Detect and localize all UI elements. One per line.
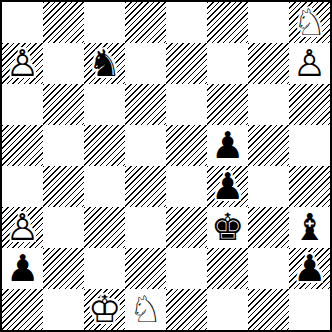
white-pawn-fill: ♟ (2, 43, 43, 84)
square-c2[interactable] (84, 248, 125, 289)
white-pawn: ♙ (289, 43, 330, 84)
square-b4[interactable] (43, 166, 84, 207)
square-f7[interactable] (207, 43, 248, 84)
square-e5[interactable] (166, 125, 207, 166)
white-pawn-fill: ♟ (289, 43, 330, 84)
square-g8[interactable] (248, 2, 289, 43)
square-h8[interactable]: ♞♘ (289, 2, 330, 43)
square-e2[interactable] (166, 248, 207, 289)
square-f4[interactable]: ♟♟ (207, 166, 248, 207)
square-b3[interactable] (43, 207, 84, 248)
square-d1[interactable]: ♞♘ (125, 289, 166, 330)
square-e4[interactable] (166, 166, 207, 207)
square-a2[interactable]: ♟♟ (2, 248, 43, 289)
chess-board: ♞♘♟♙♞♞♟♙♟♟♟♟♟♙♚♚♝♝♟♟♟♟♚♔♞♘ (0, 0, 332, 332)
square-f3[interactable]: ♚♚ (207, 207, 248, 248)
square-a3[interactable]: ♟♙ (2, 207, 43, 248)
square-f6[interactable] (207, 84, 248, 125)
square-h3[interactable]: ♝♝ (289, 207, 330, 248)
square-g2[interactable] (248, 248, 289, 289)
square-a4[interactable] (2, 166, 43, 207)
square-e7[interactable] (166, 43, 207, 84)
square-f1[interactable] (207, 289, 248, 330)
black-king-fill: ♚ (207, 207, 248, 248)
white-knight: ♘ (289, 2, 330, 43)
square-h2[interactable]: ♟♟ (289, 248, 330, 289)
black-pawn-fill: ♟ (207, 166, 248, 207)
black-pawn-fill: ♟ (2, 248, 43, 289)
square-h4[interactable] (289, 166, 330, 207)
square-c3[interactable] (84, 207, 125, 248)
square-b1[interactable] (43, 289, 84, 330)
square-g3[interactable] (248, 207, 289, 248)
black-pawn: ♟ (207, 125, 248, 166)
square-b6[interactable] (43, 84, 84, 125)
square-b8[interactable] (43, 2, 84, 43)
square-e6[interactable] (166, 84, 207, 125)
white-knight-fill: ♞ (125, 289, 166, 330)
square-h5[interactable] (289, 125, 330, 166)
square-c1[interactable]: ♚♔ (84, 289, 125, 330)
square-f5[interactable]: ♟♟ (207, 125, 248, 166)
square-b5[interactable] (43, 125, 84, 166)
black-pawn-fill: ♟ (289, 248, 330, 289)
square-d5[interactable] (125, 125, 166, 166)
white-pawn: ♙ (2, 43, 43, 84)
black-pawn: ♟ (2, 248, 43, 289)
white-king-fill: ♚ (84, 289, 125, 330)
square-h7[interactable]: ♟♙ (289, 43, 330, 84)
square-f2[interactable] (207, 248, 248, 289)
square-g4[interactable] (248, 166, 289, 207)
black-king: ♚ (207, 207, 248, 248)
square-a7[interactable]: ♟♙ (2, 43, 43, 84)
square-a5[interactable] (2, 125, 43, 166)
black-knight: ♞ (84, 43, 125, 84)
square-d4[interactable] (125, 166, 166, 207)
square-c7[interactable]: ♞♞ (84, 43, 125, 84)
square-h1[interactable] (289, 289, 330, 330)
white-knight-fill: ♞ (289, 2, 330, 43)
black-knight-fill: ♞ (84, 43, 125, 84)
square-g7[interactable] (248, 43, 289, 84)
square-e1[interactable] (166, 289, 207, 330)
black-pawn-fill: ♟ (207, 125, 248, 166)
square-e3[interactable] (166, 207, 207, 248)
black-pawn: ♟ (207, 166, 248, 207)
square-g6[interactable] (248, 84, 289, 125)
square-e8[interactable] (166, 2, 207, 43)
square-c8[interactable] (84, 2, 125, 43)
square-a8[interactable] (2, 2, 43, 43)
white-king: ♔ (84, 289, 125, 330)
black-pawn: ♟ (289, 248, 330, 289)
square-d6[interactable] (125, 84, 166, 125)
white-knight: ♘ (125, 289, 166, 330)
black-bishop-fill: ♝ (289, 207, 330, 248)
square-a6[interactable] (2, 84, 43, 125)
square-c4[interactable] (84, 166, 125, 207)
square-d7[interactable] (125, 43, 166, 84)
square-g5[interactable] (248, 125, 289, 166)
square-h6[interactable] (289, 84, 330, 125)
square-b7[interactable] (43, 43, 84, 84)
black-bishop: ♝ (289, 207, 330, 248)
white-pawn: ♙ (2, 207, 43, 248)
square-a1[interactable] (2, 289, 43, 330)
square-c5[interactable] (84, 125, 125, 166)
square-g1[interactable] (248, 289, 289, 330)
square-b2[interactable] (43, 248, 84, 289)
square-c6[interactable] (84, 84, 125, 125)
square-d8[interactable] (125, 2, 166, 43)
white-pawn-fill: ♟ (2, 207, 43, 248)
square-d3[interactable] (125, 207, 166, 248)
square-d2[interactable] (125, 248, 166, 289)
square-f8[interactable] (207, 2, 248, 43)
